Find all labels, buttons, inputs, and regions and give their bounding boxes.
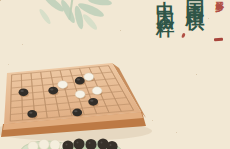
white-stone (75, 90, 85, 98)
stone-highlight (66, 144, 68, 146)
stone-highlight (89, 142, 91, 144)
white-bowl-stone (50, 140, 60, 149)
stone-highlight (90, 100, 93, 102)
stone-highlight (29, 112, 32, 114)
white-stone (58, 81, 68, 89)
stone-highlight (74, 110, 77, 112)
white-bowl-stone (28, 141, 38, 149)
stone-highlight (20, 90, 23, 92)
stone-highlight (101, 142, 103, 144)
white-bowl-stone (39, 139, 49, 149)
white-stone (84, 73, 94, 81)
stone-highlight (110, 144, 112, 146)
black-stone (88, 98, 98, 106)
black-stone (27, 110, 37, 118)
poster-background: 国围棋 中大国粹 了解多少 (0, 0, 230, 149)
page-title-right-column: 国围棋 (182, 0, 208, 2)
page-title-left-column: 中大国粹 (153, 0, 177, 10)
black-stone (75, 77, 85, 85)
black-stone (19, 88, 29, 96)
go-board-scene (0, 0, 230, 149)
stone-highlight (77, 142, 79, 144)
black-stone (48, 87, 58, 95)
black-stone (72, 109, 82, 117)
white-stone (92, 87, 102, 95)
stone-highlight (77, 79, 80, 81)
stone-highlight (50, 88, 53, 90)
